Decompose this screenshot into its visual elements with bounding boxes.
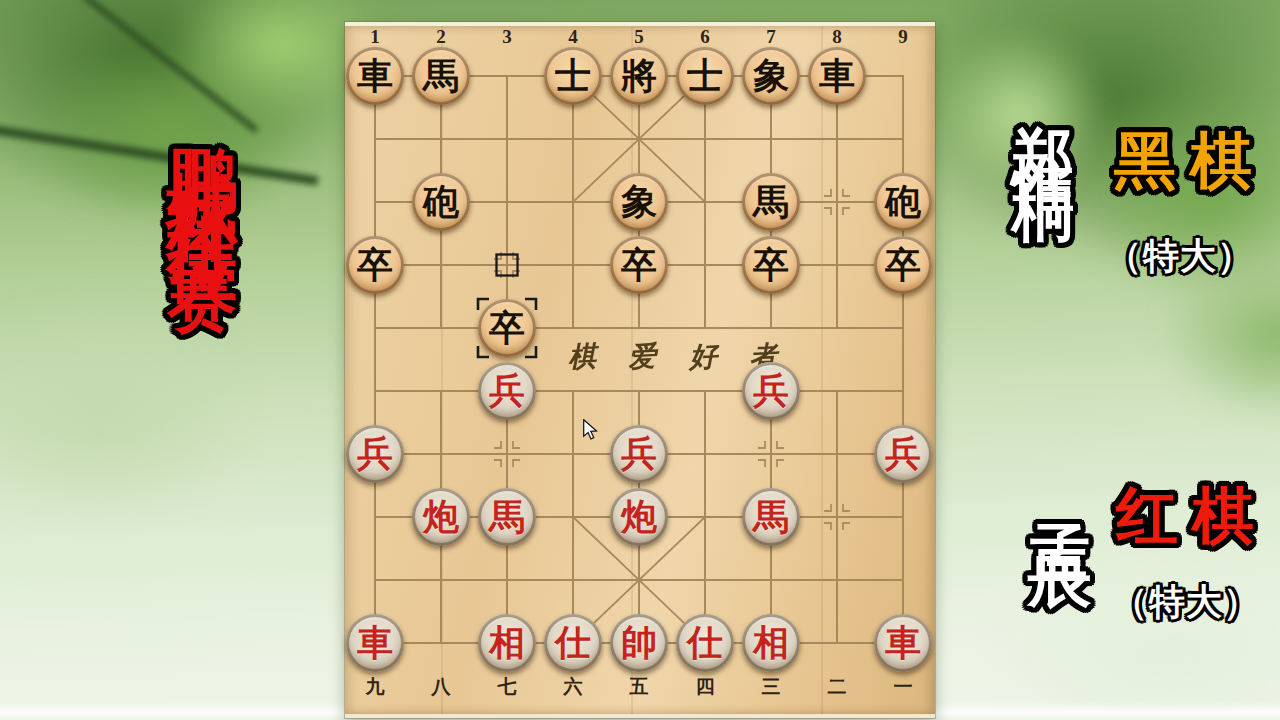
black-side-label: 黑棋 bbox=[1114, 130, 1266, 192]
piece-char: 兵 bbox=[489, 373, 525, 409]
piece-char: 車 bbox=[885, 625, 921, 661]
piece-black-砲[interactable]: 砲 bbox=[874, 173, 932, 231]
file-label-bottom: 四 bbox=[696, 674, 715, 700]
piece-char: 士 bbox=[555, 58, 591, 94]
piece-black-象[interactable]: 象 bbox=[742, 47, 800, 105]
piece-red-相[interactable]: 相 bbox=[742, 614, 800, 672]
file-label-bottom: 七 bbox=[498, 674, 517, 700]
piece-black-馬[interactable]: 馬 bbox=[742, 173, 800, 231]
piece-char: 象 bbox=[621, 184, 657, 220]
piece-char: 相 bbox=[753, 625, 789, 661]
piece-char: 將 bbox=[621, 58, 657, 94]
red-side-label: 红棋 bbox=[1116, 485, 1268, 547]
piece-char: 兵 bbox=[621, 436, 657, 472]
piece-red-炮[interactable]: 炮 bbox=[412, 488, 470, 546]
piece-red-帥[interactable]: 帥 bbox=[610, 614, 668, 672]
file-label-bottom: 一 bbox=[894, 674, 913, 700]
red-rank-label: （特大） bbox=[1112, 584, 1260, 620]
piece-red-相[interactable]: 相 bbox=[478, 614, 536, 672]
piece-red-車[interactable]: 車 bbox=[346, 614, 404, 672]
piece-red-炮[interactable]: 炮 bbox=[610, 488, 668, 546]
piece-char: 炮 bbox=[621, 499, 657, 535]
piece-char: 仕 bbox=[555, 625, 591, 661]
piece-char: 卒 bbox=[753, 247, 789, 283]
piece-red-兵[interactable]: 兵 bbox=[346, 425, 404, 483]
river-watermark-char: 爱 bbox=[627, 337, 657, 376]
river-watermark-char: 棋 bbox=[567, 337, 597, 376]
piece-red-兵[interactable]: 兵 bbox=[742, 362, 800, 420]
piece-char: 砲 bbox=[885, 184, 921, 220]
tournament-title: 鹏城杯排位赛 bbox=[168, 92, 238, 224]
file-label-bottom: 八 bbox=[432, 674, 451, 700]
piece-char: 馬 bbox=[489, 499, 525, 535]
piece-char: 帥 bbox=[621, 625, 657, 661]
branch bbox=[0, 123, 319, 185]
piece-black-將[interactable]: 將 bbox=[610, 47, 668, 105]
piece-red-仕[interactable]: 仕 bbox=[544, 614, 602, 672]
piece-char: 士 bbox=[687, 58, 723, 94]
piece-black-象[interactable]: 象 bbox=[610, 173, 668, 231]
piece-red-馬[interactable]: 馬 bbox=[742, 488, 800, 546]
piece-char: 兵 bbox=[753, 373, 789, 409]
piece-black-卒[interactable]: 卒 bbox=[346, 236, 404, 294]
foliage-mid-left bbox=[0, 290, 260, 520]
piece-red-兵[interactable]: 兵 bbox=[610, 425, 668, 483]
piece-red-兵[interactable]: 兵 bbox=[874, 425, 932, 483]
file-label-bottom: 三 bbox=[762, 674, 781, 700]
piece-char: 卒 bbox=[621, 247, 657, 283]
piece-black-車[interactable]: 車 bbox=[808, 47, 866, 105]
piece-char: 卒 bbox=[885, 247, 921, 283]
file-label-bottom: 六 bbox=[564, 674, 583, 700]
piece-red-兵[interactable]: 兵 bbox=[478, 362, 536, 420]
piece-char: 兵 bbox=[885, 436, 921, 472]
piece-char: 卒 bbox=[489, 310, 525, 346]
piece-black-卒[interactable]: 卒 bbox=[478, 299, 536, 357]
piece-black-砲[interactable]: 砲 bbox=[412, 173, 470, 231]
file-label-bottom: 九 bbox=[366, 674, 385, 700]
black-player-name: 郑惟桐 bbox=[1012, 76, 1074, 160]
file-label-bottom: 二 bbox=[828, 674, 847, 700]
piece-char: 相 bbox=[489, 625, 525, 661]
piece-char: 砲 bbox=[423, 184, 459, 220]
piece-char: 炮 bbox=[423, 499, 459, 535]
piece-black-卒[interactable]: 卒 bbox=[742, 236, 800, 294]
board[interactable]: 123456789 九八七六五四三二一 棋爱好者 車馬士將士象車砲象馬砲卒卒卒卒… bbox=[345, 22, 935, 718]
video-frame: { "game": "xiangqi", "scene": "xiangqi b… bbox=[0, 0, 1280, 720]
piece-char: 兵 bbox=[357, 436, 393, 472]
piece-char: 馬 bbox=[753, 499, 789, 535]
piece-char: 車 bbox=[357, 58, 393, 94]
piece-black-卒[interactable]: 卒 bbox=[874, 236, 932, 294]
water-glow-bottom-right bbox=[980, 550, 1280, 720]
piece-char: 象 bbox=[753, 58, 789, 94]
file-label-bottom: 五 bbox=[630, 674, 649, 700]
piece-black-車[interactable]: 車 bbox=[346, 47, 404, 105]
red-player-name: 孟辰 bbox=[1028, 472, 1092, 524]
piece-char: 車 bbox=[819, 58, 855, 94]
river-watermark-char: 好 bbox=[688, 337, 718, 376]
piece-black-士[interactable]: 士 bbox=[544, 47, 602, 105]
piece-black-士[interactable]: 士 bbox=[676, 47, 734, 105]
piece-black-卒[interactable]: 卒 bbox=[610, 236, 668, 294]
piece-red-馬[interactable]: 馬 bbox=[478, 488, 536, 546]
piece-red-仕[interactable]: 仕 bbox=[676, 614, 734, 672]
piece-char: 車 bbox=[357, 625, 393, 661]
piece-char: 馬 bbox=[753, 184, 789, 220]
piece-black-馬[interactable]: 馬 bbox=[412, 47, 470, 105]
black-rank-label: （特大） bbox=[1106, 238, 1254, 274]
piece-char: 馬 bbox=[423, 58, 459, 94]
piece-char: 仕 bbox=[687, 625, 723, 661]
piece-char: 卒 bbox=[357, 247, 393, 283]
mouse-cursor bbox=[583, 419, 599, 441]
piece-red-車[interactable]: 車 bbox=[874, 614, 932, 672]
